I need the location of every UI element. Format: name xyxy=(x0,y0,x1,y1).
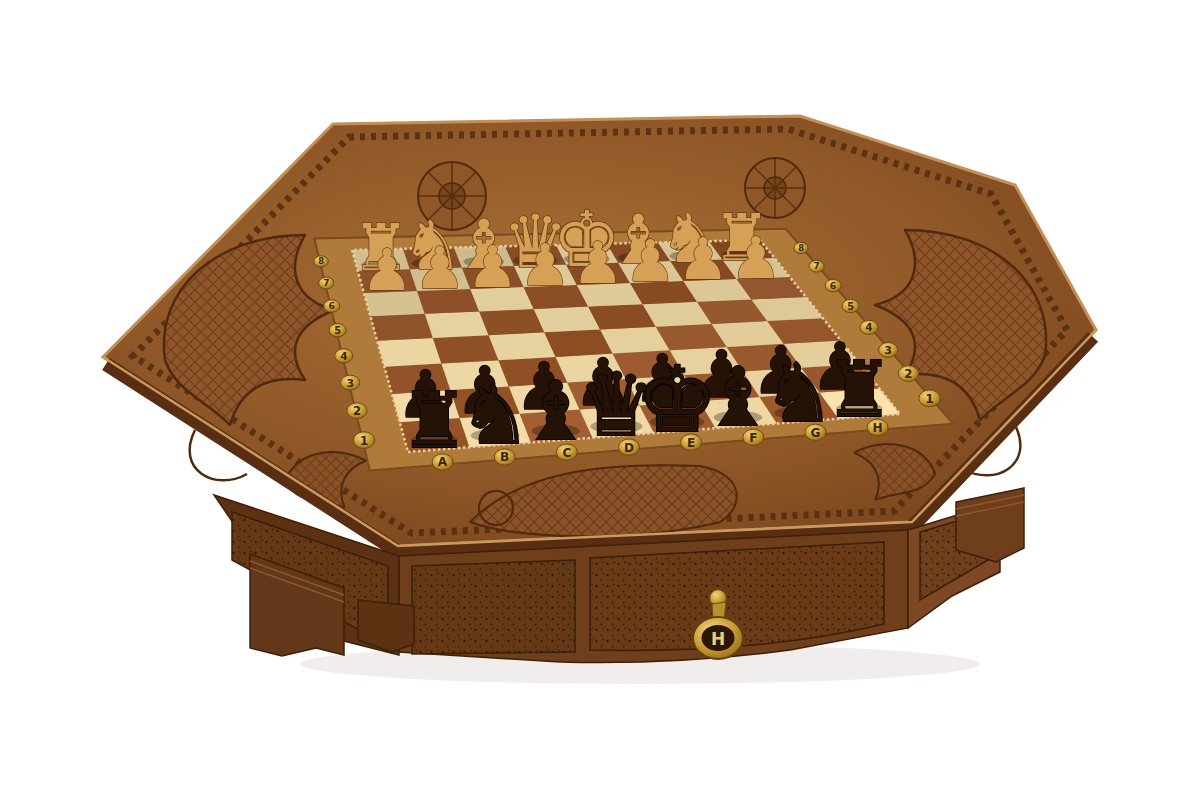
rank-disc-right-6: 6 xyxy=(825,279,841,292)
piece-light-pawn-f7[interactable]: ♟ xyxy=(625,228,677,295)
rank-disc-left-4: 4 xyxy=(335,349,353,363)
carved-panel-front-left xyxy=(412,560,575,654)
svg-text:♟: ♟ xyxy=(414,235,466,302)
square-b5[interactable] xyxy=(425,311,489,338)
rank-disc-left-8: 8 xyxy=(314,256,328,267)
svg-text:2: 2 xyxy=(904,367,912,381)
svg-text:5: 5 xyxy=(847,301,854,312)
svg-text:♟: ♟ xyxy=(625,228,677,295)
rank-disc-left-5: 5 xyxy=(329,324,346,337)
piece-light-pawn-d7[interactable]: ♟ xyxy=(519,232,571,299)
svg-text:1: 1 xyxy=(360,434,369,448)
foot-right xyxy=(956,488,1024,562)
rank-disc-left-1: 1 xyxy=(353,432,374,449)
rank-disc-right-2: 2 xyxy=(898,366,918,382)
svg-text:♟: ♟ xyxy=(519,232,571,299)
square-a5[interactable] xyxy=(370,314,433,341)
svg-text:3: 3 xyxy=(346,377,354,390)
svg-text:♜: ♜ xyxy=(825,345,894,434)
piece-light-pawn-g7[interactable]: ♟ xyxy=(677,226,729,293)
svg-text:5: 5 xyxy=(334,325,341,336)
rank-disc-left-3: 3 xyxy=(341,375,360,390)
svg-text:♟: ♟ xyxy=(677,226,729,293)
svg-text:6: 6 xyxy=(830,280,836,291)
square-c5[interactable] xyxy=(479,309,544,335)
svg-text:8: 8 xyxy=(318,256,324,266)
svg-text:♟: ♟ xyxy=(572,230,624,297)
piece-dark-rook-h1[interactable]: ♜ xyxy=(825,345,894,434)
piece-light-pawn-a7[interactable]: ♟ xyxy=(361,237,413,304)
svg-text:8: 8 xyxy=(798,243,804,253)
rank-disc-left-7: 7 xyxy=(319,277,334,289)
rank-disc-right-7: 7 xyxy=(809,260,824,272)
svg-text:♟: ♟ xyxy=(467,234,519,301)
svg-text:7: 7 xyxy=(814,261,820,271)
rank-disc-right-8: 8 xyxy=(794,242,808,253)
svg-text:♟: ♟ xyxy=(730,225,782,292)
rank-disc-left-2: 2 xyxy=(347,403,367,419)
chess-set-scene: 1122334455667788ABCDEFGH ♜♞♝♛♚♝♞♜♟♟♟♟♟♟♟… xyxy=(0,0,1200,800)
piece-light-pawn-c7[interactable]: ♟ xyxy=(467,234,519,301)
piece-light-pawn-h7[interactable]: ♟ xyxy=(730,225,782,292)
piece-light-pawn-b7[interactable]: ♟ xyxy=(414,235,466,302)
piece-light-pawn-e7[interactable]: ♟ xyxy=(572,230,624,297)
svg-text:6: 6 xyxy=(329,300,335,311)
drawer-handle-monogram: H xyxy=(711,629,725,649)
svg-text:7: 7 xyxy=(323,278,329,288)
photo-stage: 1122334455667788ABCDEFGH ♜♞♝♛♚♝♞♜♟♟♟♟♟♟♟… xyxy=(0,0,1200,800)
svg-text:♟: ♟ xyxy=(361,237,413,304)
svg-text:2: 2 xyxy=(353,404,361,418)
svg-text:1: 1 xyxy=(925,392,934,406)
rank-disc-right-1: 1 xyxy=(919,390,940,407)
svg-text:4: 4 xyxy=(340,350,347,362)
rank-disc-left-6: 6 xyxy=(324,300,340,313)
rank-disc-right-5: 5 xyxy=(842,299,859,312)
